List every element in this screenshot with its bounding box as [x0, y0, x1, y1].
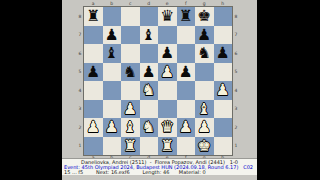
square-e1: ♜ [158, 137, 177, 156]
square-c6 [121, 44, 140, 63]
rank-label-1: 1 [233, 137, 239, 156]
square-c8 [121, 7, 140, 26]
square-d2: ♞ [140, 118, 159, 137]
rank-label-8: 8 [77, 7, 83, 26]
rank-label-2: 2 [77, 118, 83, 137]
status-line: 15 ... f5 Next: 16.exf6 Length: 46 Mater… [64, 170, 255, 175]
square-a2: ♟ [84, 118, 103, 137]
square-c3: ♟ [121, 100, 140, 119]
rank-labels-right: 87654321 [233, 7, 239, 155]
rank-label-5: 5 [233, 63, 239, 82]
square-d4: ♞ [140, 81, 159, 100]
black-pawn: ♟ [160, 44, 174, 63]
white-pawn: ♟ [197, 118, 211, 137]
white-pawn: ♟ [216, 81, 230, 100]
black-pawn: ♟ [216, 44, 230, 63]
square-d1 [140, 137, 159, 156]
square-b7: ♟ [103, 26, 122, 45]
rank-label-6: 6 [77, 44, 83, 63]
square-e8: ♛ [158, 7, 177, 26]
square-b2: ♟ [103, 118, 122, 137]
square-a1 [84, 137, 103, 156]
black-bishop: ♝ [105, 44, 119, 63]
square-e2: ♛ [158, 118, 177, 137]
square-h5 [214, 63, 233, 82]
rank-label-7: 7 [77, 26, 83, 45]
square-g4 [195, 81, 214, 100]
square-a3 [84, 100, 103, 119]
square-d7: ♝ [140, 26, 159, 45]
white-pawn: ♟ [86, 118, 100, 137]
rank-label-3: 3 [77, 100, 83, 119]
square-a5: ♟ [84, 63, 103, 82]
white-king: ♚ [197, 137, 211, 156]
square-d8 [140, 7, 159, 26]
square-d6 [140, 44, 159, 63]
square-e6: ♟ [158, 44, 177, 63]
white-pawn: ♟ [160, 63, 174, 82]
square-h2 [214, 118, 233, 137]
square-b4 [103, 81, 122, 100]
rank-label-1: 1 [77, 137, 83, 156]
square-a8: ♜ [84, 7, 103, 26]
board: ♜♛♜♚♟♝♟♝♟♞♟♟♞♟♟♟♞♟♟♝♟♟♝♞♛♟♟♜♜♚ [84, 7, 232, 155]
black-queen: ♛ [160, 7, 174, 26]
square-h1 [214, 137, 233, 156]
square-g7: ♟ [195, 26, 214, 45]
square-c1: ♜ [121, 137, 140, 156]
rank-label-4: 4 [77, 81, 83, 100]
square-g5 [195, 63, 214, 82]
square-h8 [214, 7, 233, 26]
square-b1 [103, 137, 122, 156]
square-b3 [103, 100, 122, 119]
square-b5 [103, 63, 122, 82]
rank-label-6: 6 [233, 44, 239, 63]
square-h6: ♟ [214, 44, 233, 63]
white-rook: ♜ [123, 137, 137, 156]
square-b8 [103, 7, 122, 26]
square-f1 [177, 137, 196, 156]
black-pawn: ♟ [86, 63, 100, 82]
square-g6: ♞ [195, 44, 214, 63]
square-f3 [177, 100, 196, 119]
caption-panel: Daneliovka, Andrei (2511) - Florea Popaz… [62, 158, 257, 175]
square-g2: ♟ [195, 118, 214, 137]
square-f5: ♟ [177, 63, 196, 82]
rank-label-3: 3 [233, 100, 239, 119]
rank-label-8: 8 [233, 7, 239, 26]
black-pawn: ♟ [179, 63, 193, 82]
square-c4 [121, 81, 140, 100]
square-b6: ♝ [103, 44, 122, 63]
square-d5: ♟ [140, 63, 159, 82]
white-pawn: ♟ [123, 100, 137, 119]
black-pawn: ♟ [197, 26, 211, 45]
square-d3 [140, 100, 159, 119]
black-knight: ♞ [197, 44, 211, 63]
rank-label-2: 2 [233, 118, 239, 137]
square-g3: ♝ [195, 100, 214, 119]
square-f6 [177, 44, 196, 63]
black-bishop: ♝ [142, 26, 156, 45]
black-rook: ♜ [86, 7, 100, 26]
square-h3 [214, 100, 233, 119]
black-knight: ♞ [123, 63, 137, 82]
black-rook: ♜ [179, 7, 193, 26]
rank-labels-left: 87654321 [77, 7, 83, 155]
square-f2: ♟ [177, 118, 196, 137]
square-f4 [177, 81, 196, 100]
square-h7 [214, 26, 233, 45]
rank-label-5: 5 [77, 63, 83, 82]
square-g1: ♚ [195, 137, 214, 156]
square-g8: ♚ [195, 7, 214, 26]
square-h4: ♟ [214, 81, 233, 100]
chess-diagram: abcdefgh 87654321 ♜♛♜♚♟♝♟♝♟♞♟♟♞♟♟♟♞♟♟♝♟♟… [62, 0, 257, 180]
square-c7 [121, 26, 140, 45]
white-knight: ♞ [142, 81, 156, 100]
square-c5: ♞ [121, 63, 140, 82]
white-rook: ♜ [160, 137, 174, 156]
square-f7 [177, 26, 196, 45]
white-bishop: ♝ [123, 118, 137, 137]
video-frame: abcdefgh 87654321 ♜♛♜♚♟♝♟♝♟♞♟♟♞♟♟♟♞♟♟♝♟♟… [0, 0, 320, 180]
white-pawn: ♟ [179, 118, 193, 137]
square-c2: ♝ [121, 118, 140, 137]
square-a4 [84, 81, 103, 100]
square-a6 [84, 44, 103, 63]
black-king: ♚ [197, 7, 211, 26]
rank-label-7: 7 [233, 26, 239, 45]
square-e4 [158, 81, 177, 100]
black-pawn: ♟ [105, 26, 119, 45]
black-pawn: ♟ [142, 63, 156, 82]
rank-label-4: 4 [233, 81, 239, 100]
square-a7 [84, 26, 103, 45]
white-pawn: ♟ [105, 118, 119, 137]
square-e3 [158, 100, 177, 119]
square-e7 [158, 26, 177, 45]
white-knight: ♞ [142, 118, 156, 137]
white-bishop: ♝ [197, 100, 211, 119]
square-f8: ♜ [177, 7, 196, 26]
white-queen: ♛ [160, 118, 174, 137]
square-e5: ♟ [158, 63, 177, 82]
